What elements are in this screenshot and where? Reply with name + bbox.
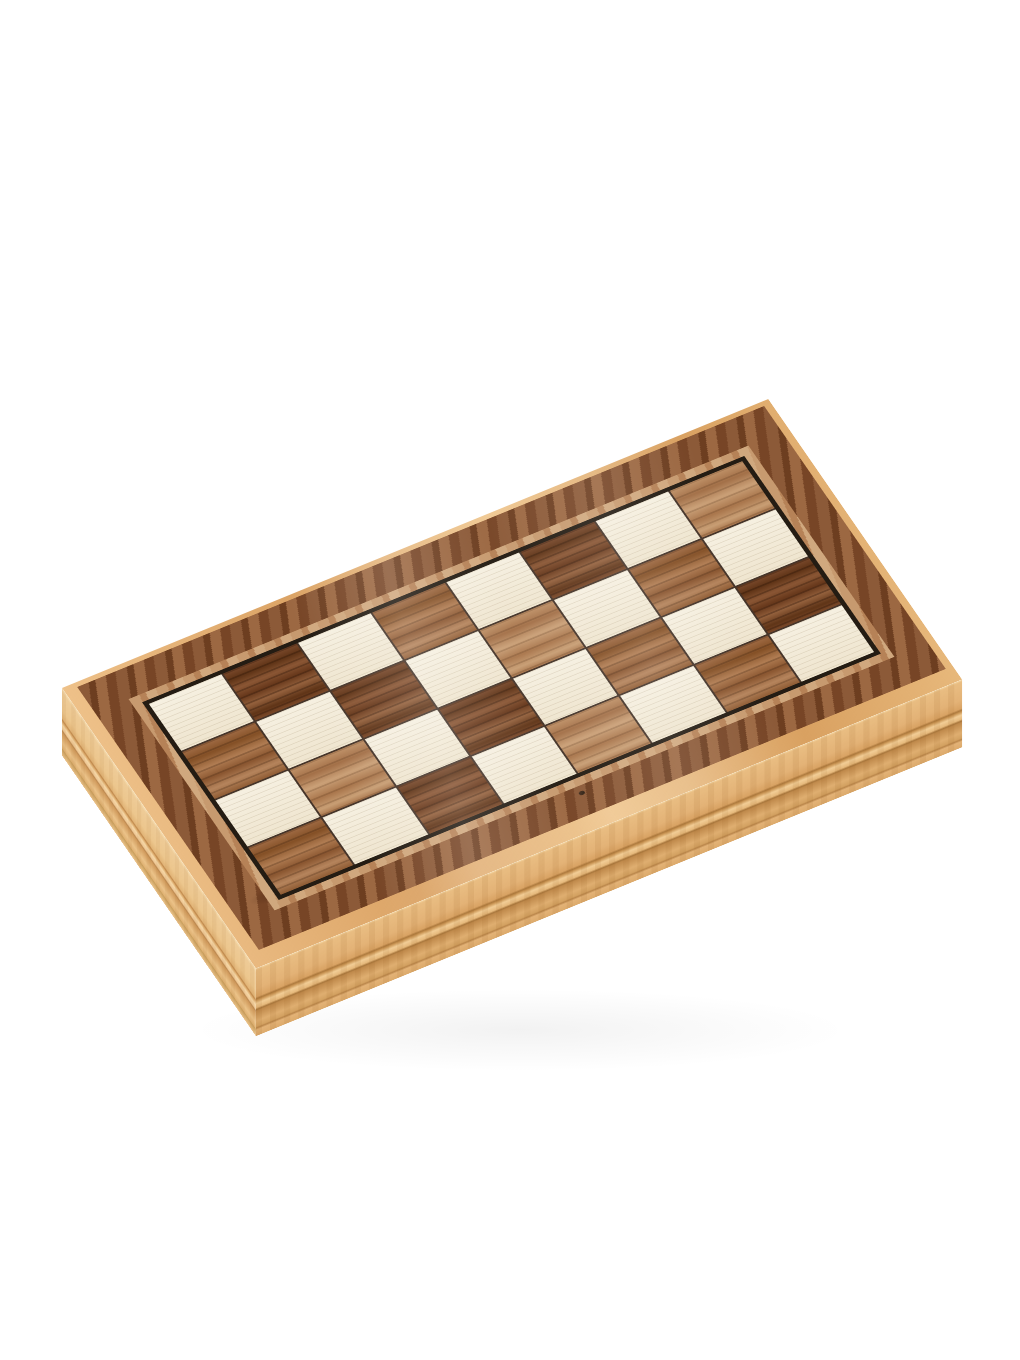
board-square (290, 740, 395, 816)
board-square (438, 679, 543, 755)
checkerboard (149, 461, 874, 895)
board-square (256, 692, 361, 768)
board-black-border (142, 456, 881, 900)
product-photo-white-background: { "page": { "background_color": "#ffffff… (0, 0, 1020, 1360)
board-square (182, 722, 287, 798)
latch-pin-hole (578, 790, 586, 796)
board-square (323, 788, 428, 864)
board-square (397, 757, 502, 833)
frame-inner-light-band (129, 446, 895, 911)
ground-shadow (80, 975, 960, 1085)
board-square (546, 697, 651, 773)
board-square (472, 727, 577, 803)
board-square (215, 770, 320, 846)
board-square (364, 709, 469, 785)
board-square (249, 818, 354, 894)
